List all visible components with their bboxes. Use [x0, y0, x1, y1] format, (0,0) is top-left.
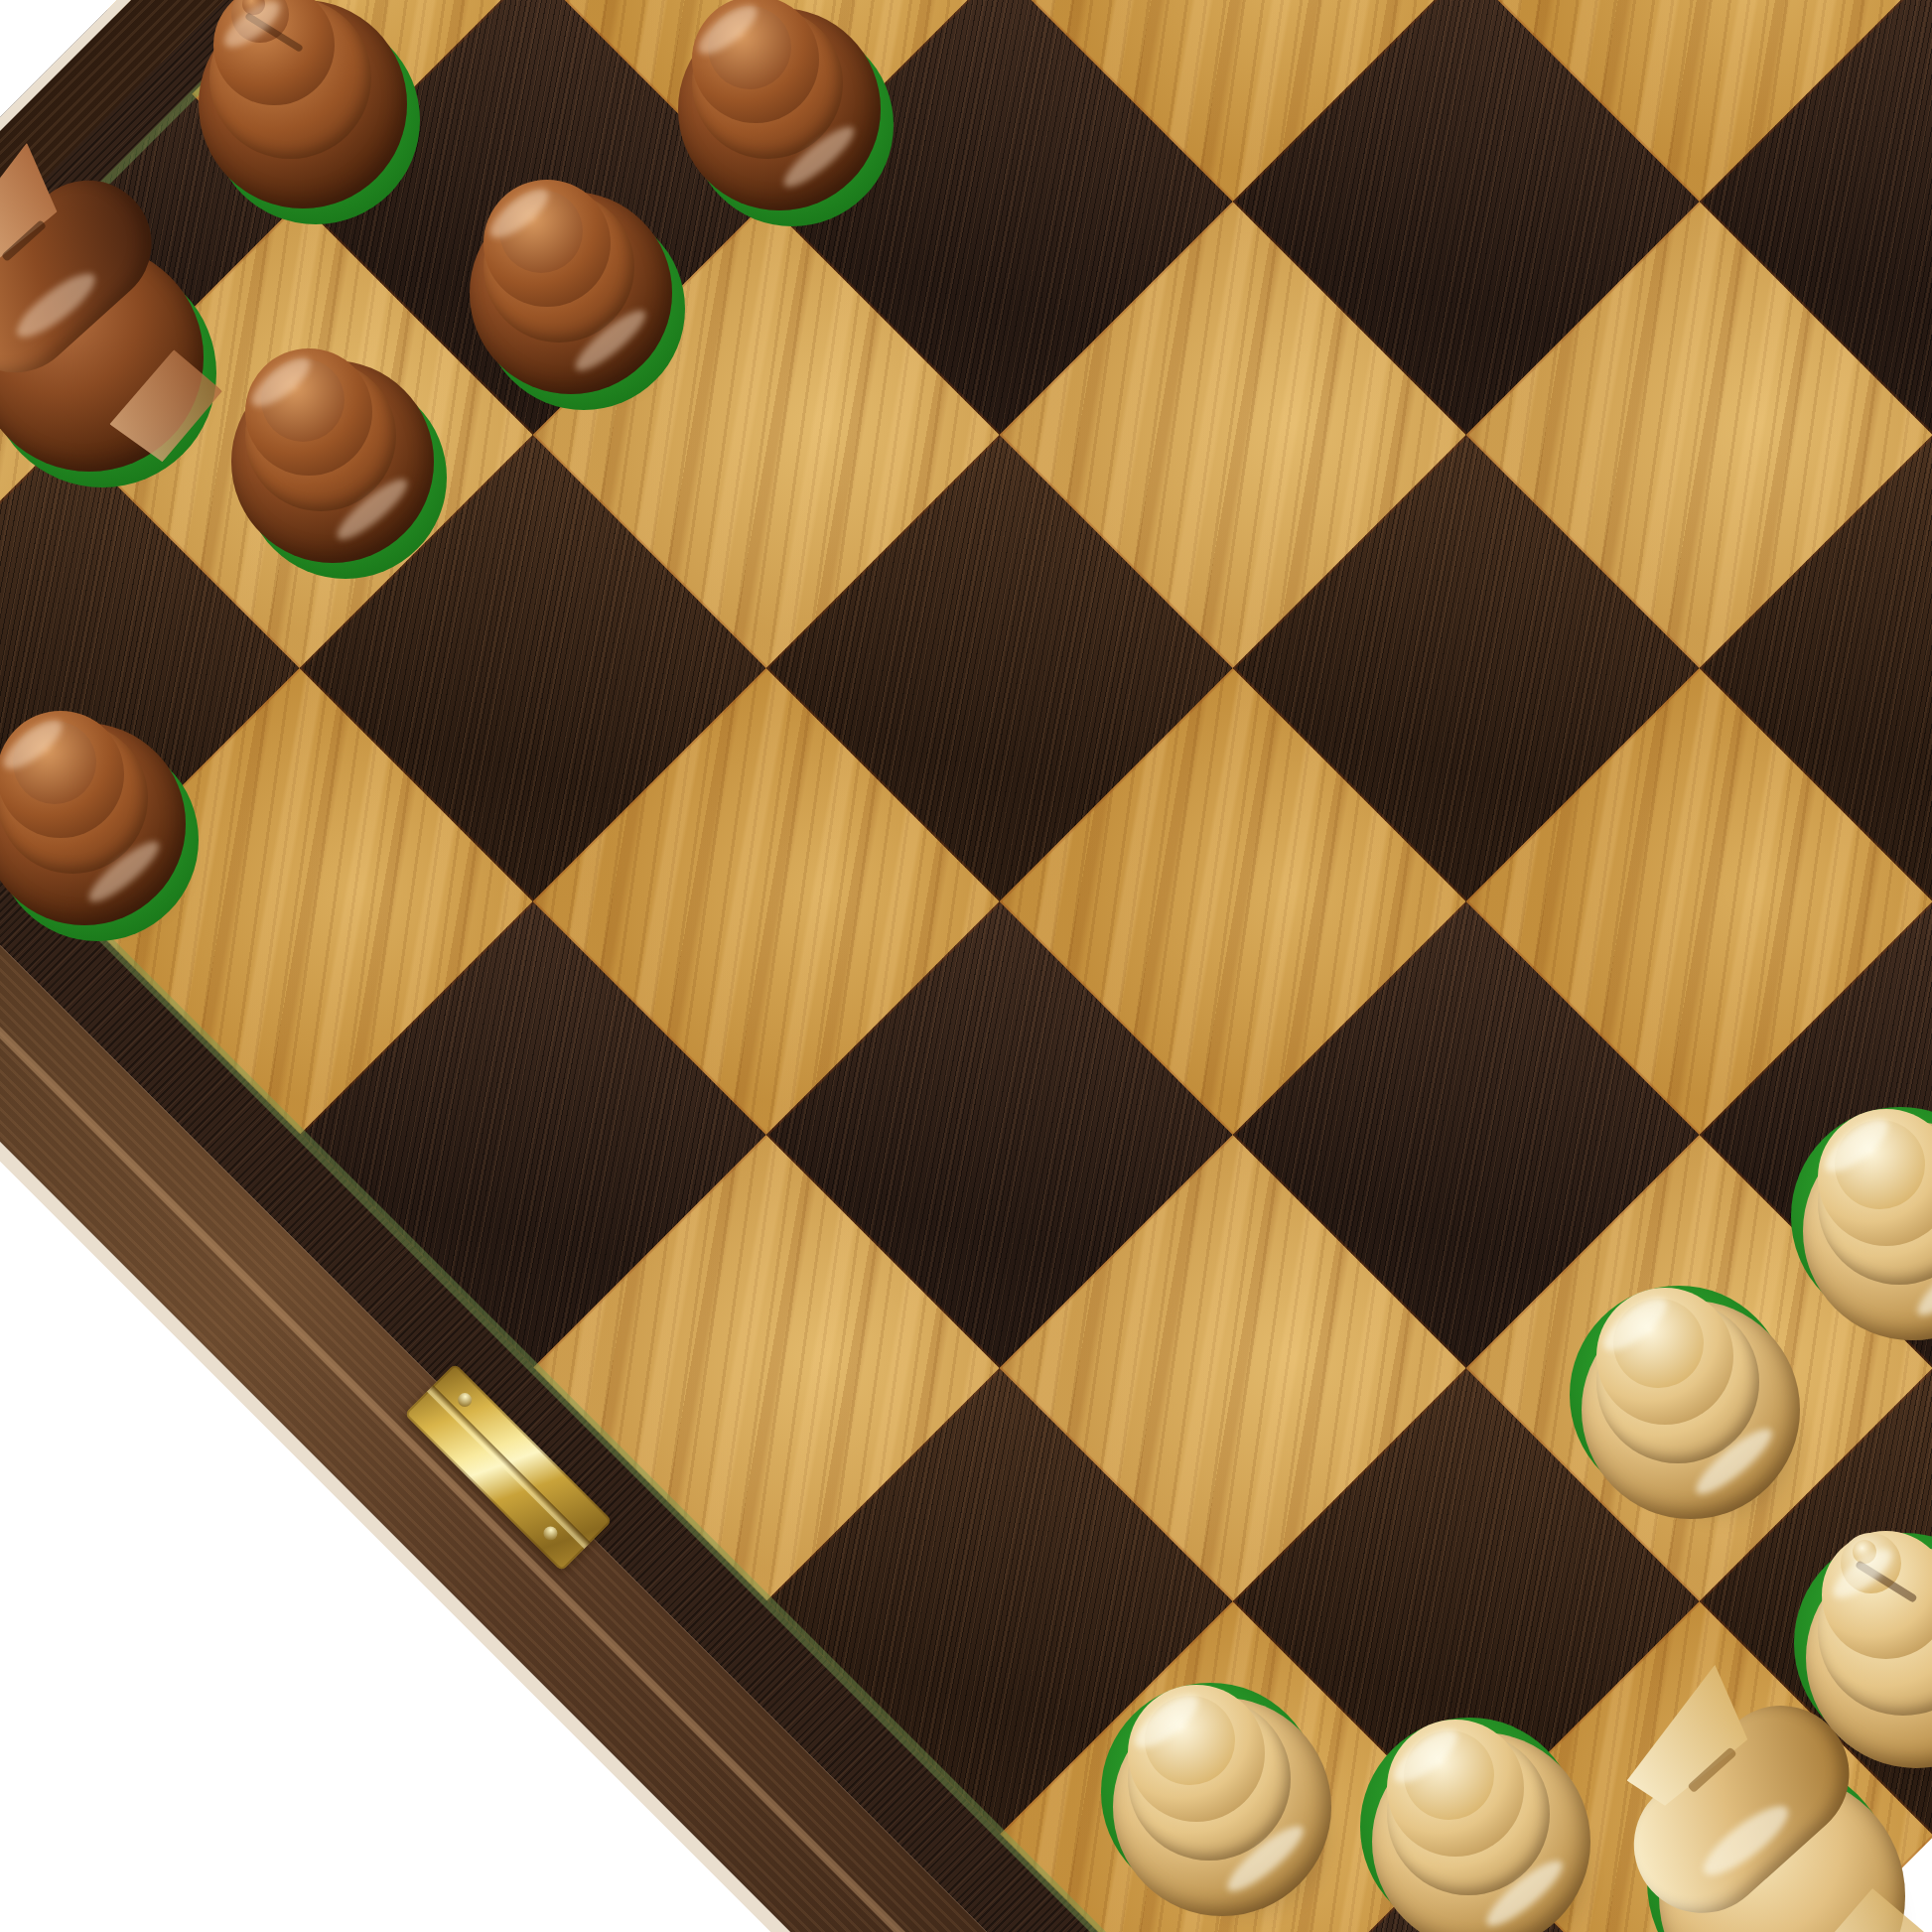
- hinge-screw: [455, 1390, 475, 1410]
- photo-canvas: [0, 0, 1932, 1932]
- hinge-screw: [541, 1524, 561, 1544]
